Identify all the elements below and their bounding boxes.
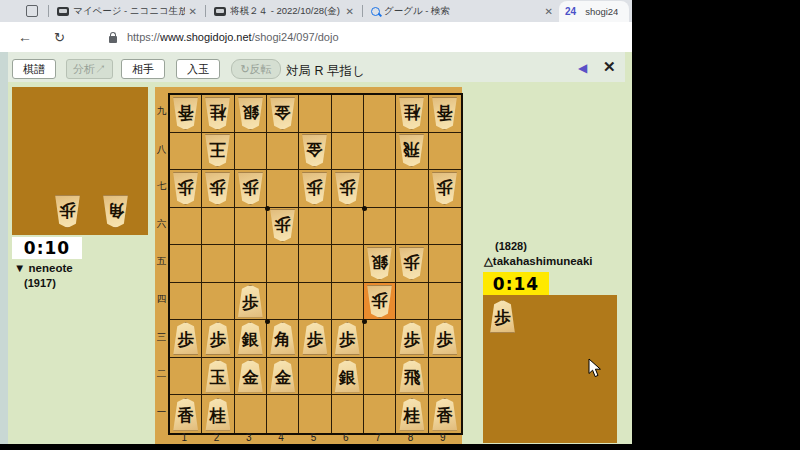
board-square[interactable] bbox=[332, 208, 364, 246]
shogi-piece-歩[interactable]: 歩 bbox=[301, 172, 328, 205]
file-labels: 123456789 bbox=[168, 432, 459, 443]
board-square[interactable]: 歩 bbox=[332, 320, 364, 358]
shogi-piece-王[interactable]: 王 bbox=[204, 134, 231, 167]
shogi-piece-歩[interactable]: 歩 bbox=[398, 322, 425, 355]
shogi-piece-金[interactable]: 金 bbox=[301, 134, 328, 167]
rank-label: 五 bbox=[155, 243, 168, 281]
shogi-piece-銀[interactable]: 銀 bbox=[366, 247, 393, 280]
flip-button: ↻反転 bbox=[231, 59, 281, 79]
board-square[interactable] bbox=[429, 358, 461, 396]
play-area: 歩角 0:10 ▼ neneote (1917) 九八七六五四三二一 香桂銀金桂… bbox=[0, 82, 625, 444]
file-label: 2 bbox=[200, 432, 232, 443]
board-square[interactable]: 桂 bbox=[396, 95, 428, 133]
tab-title: 将棋２４ - 2022/10/28(金) 19:52 bbox=[230, 5, 342, 18]
tab-overview-icon[interactable] bbox=[26, 5, 38, 17]
board-square[interactable]: 金 bbox=[235, 358, 267, 396]
board-square[interactable] bbox=[299, 208, 331, 246]
captured-piece-角[interactable]: 角 bbox=[102, 195, 129, 228]
shogi-piece-歩[interactable]: 歩 bbox=[269, 209, 296, 242]
board-square[interactable] bbox=[299, 245, 331, 283]
board-square[interactable] bbox=[235, 133, 267, 171]
shogi-piece-玉[interactable]: 玉 bbox=[204, 360, 231, 393]
shogi-piece-歩[interactable]: 歩 bbox=[366, 285, 393, 318]
board-square[interactable] bbox=[202, 208, 234, 246]
shogi-piece-金[interactable]: 金 bbox=[269, 97, 296, 130]
board-square[interactable] bbox=[299, 358, 331, 396]
board-square[interactable]: 香 bbox=[429, 395, 461, 433]
shogi24-icon: 24 bbox=[565, 6, 576, 17]
url-bar[interactable]: ← ↻ https://www.shogidojo.net/shogi24/09… bbox=[0, 22, 632, 52]
board-square[interactable] bbox=[235, 245, 267, 283]
board-square[interactable] bbox=[202, 245, 234, 283]
board-square[interactable] bbox=[429, 133, 461, 171]
board-square[interactable]: 歩 bbox=[235, 170, 267, 208]
shogi-piece-歩[interactable]: 歩 bbox=[204, 322, 231, 355]
board-square[interactable] bbox=[170, 283, 202, 321]
file-label: 3 bbox=[233, 432, 265, 443]
opponent-button[interactable]: 相手 bbox=[121, 59, 165, 79]
file-label: 1 bbox=[168, 432, 200, 443]
shogi-piece-桂[interactable]: 桂 bbox=[204, 398, 231, 431]
flip-label: 反転 bbox=[250, 62, 272, 77]
flip-icon: ↻ bbox=[240, 63, 249, 76]
board-square[interactable]: 香 bbox=[429, 95, 461, 133]
board-square[interactable]: 桂 bbox=[396, 395, 428, 433]
tab-shogi24-active[interactable]: 24 shogi24 bbox=[559, 1, 629, 22]
shogi-board: 九八七六五四三二一 香桂銀金桂香王金飛歩歩歩歩歩歩歩銀歩歩歩歩歩銀角歩歩歩歩玉金… bbox=[155, 87, 462, 444]
board-square[interactable]: 金 bbox=[299, 133, 331, 171]
shogi-piece-桂[interactable]: 桂 bbox=[398, 398, 425, 431]
shogi-piece-角[interactable]: 角 bbox=[269, 322, 296, 355]
hoshi-dot bbox=[362, 206, 367, 211]
shogi-piece-歩[interactable]: 歩 bbox=[431, 322, 458, 355]
board-square[interactable] bbox=[170, 208, 202, 246]
tab-google-search[interactable]: グーグル - 検索 ✕ bbox=[365, 0, 559, 22]
rank-label: 四 bbox=[155, 281, 168, 319]
board-square[interactable] bbox=[332, 133, 364, 171]
shogi-piece-銀[interactable]: 銀 bbox=[237, 97, 264, 130]
board-square[interactable]: 歩 bbox=[299, 170, 331, 208]
board-square[interactable]: 王 bbox=[202, 133, 234, 171]
tab-niconico-mypage[interactable]: マイページ - ニコニコ生放送 ✕ bbox=[51, 0, 203, 22]
rank-label: 七 bbox=[155, 168, 168, 206]
board-square[interactable]: 玉 bbox=[202, 358, 234, 396]
rank-label: 二 bbox=[155, 356, 168, 394]
board-square[interactable] bbox=[267, 283, 299, 321]
board-square[interactable]: 歩 bbox=[429, 320, 461, 358]
shogi-piece-歩[interactable]: 歩 bbox=[398, 247, 425, 280]
board-square[interactable] bbox=[396, 283, 428, 321]
tab-shogi24-stream[interactable]: 将棋２４ - 2022/10/28(金) 19:52 ✕ bbox=[208, 0, 360, 22]
board-square[interactable]: 飛 bbox=[396, 358, 428, 396]
back-icon[interactable]: ← bbox=[18, 29, 32, 45]
shogi-piece-歩[interactable]: 歩 bbox=[431, 172, 458, 205]
board-square[interactable] bbox=[364, 95, 396, 133]
shogi-piece-歩[interactable]: 歩 bbox=[237, 285, 264, 318]
niconico-tv-icon bbox=[57, 7, 69, 16]
shogi-piece-金[interactable]: 金 bbox=[237, 360, 264, 393]
board-square[interactable] bbox=[170, 245, 202, 283]
shogi-piece-飛[interactable]: 飛 bbox=[398, 360, 425, 393]
url-path: /shogi24/097/dojo bbox=[252, 31, 339, 43]
board-square[interactable] bbox=[267, 245, 299, 283]
browser-window: マイページ - ニコニコ生放送 ✕ 将棋２４ - 2022/10/28(金) 1… bbox=[0, 0, 632, 444]
close-icon[interactable]: ✕ bbox=[545, 6, 553, 17]
screen: { "browser": { "tabs": [ {"title": "マイペー… bbox=[0, 0, 800, 450]
board-square[interactable]: 角 bbox=[267, 320, 299, 358]
shogi-piece-歩[interactable]: 歩 bbox=[172, 322, 199, 355]
shogi-piece-歩[interactable]: 歩 bbox=[237, 172, 264, 205]
board-square[interactable]: 桂 bbox=[202, 95, 234, 133]
shogi-piece-歩[interactable]: 歩 bbox=[334, 322, 361, 355]
board-square[interactable]: 銀 bbox=[235, 320, 267, 358]
tab-separator bbox=[362, 5, 363, 17]
board-square[interactable]: 飛 bbox=[396, 133, 428, 171]
board-square[interactable]: 歩 bbox=[202, 320, 234, 358]
analysis-button: 分析↗ bbox=[66, 59, 113, 79]
hoshi-dot bbox=[265, 206, 270, 211]
board-square[interactable] bbox=[267, 395, 299, 433]
tab-separator bbox=[205, 5, 206, 17]
board-square[interactable]: 歩 bbox=[396, 320, 428, 358]
board-square[interactable] bbox=[396, 208, 428, 246]
board-square[interactable]: 歩 bbox=[364, 283, 396, 321]
board-square[interactable]: 銀 bbox=[235, 95, 267, 133]
board-square[interactable] bbox=[332, 395, 364, 433]
rank-label: 八 bbox=[155, 131, 168, 169]
shogi-piece-金[interactable]: 金 bbox=[269, 360, 296, 393]
niconico-tv-icon bbox=[214, 7, 226, 16]
board-square[interactable]: 歩 bbox=[170, 170, 202, 208]
tab-title: マイページ - ニコニコ生放送 bbox=[73, 5, 185, 18]
board-square[interactable] bbox=[332, 95, 364, 133]
bottom-black-bar bbox=[0, 444, 800, 450]
file-label: 6 bbox=[330, 432, 362, 443]
clock-bottom: 0:14 bbox=[483, 272, 549, 295]
search-icon bbox=[371, 7, 380, 16]
board-square[interactable] bbox=[364, 133, 396, 171]
shogi-piece-桂[interactable]: 桂 bbox=[204, 97, 231, 130]
game-title: 対局 R 早指し bbox=[286, 63, 365, 80]
close-icon[interactable]: ✕ bbox=[346, 6, 354, 17]
file-label: 7 bbox=[362, 432, 394, 443]
board-square[interactable] bbox=[267, 133, 299, 171]
shogi-piece-桂[interactable]: 桂 bbox=[398, 97, 425, 130]
board-square[interactable]: 歩 bbox=[299, 320, 331, 358]
hoshi-dot bbox=[265, 319, 270, 324]
app-toolbar: 棋譜 分析↗ 相手 入玉 ↻反転 対局 R 早指し ◀ ✕ bbox=[0, 52, 625, 82]
shogi-piece-銀[interactable]: 銀 bbox=[334, 360, 361, 393]
file-label: 9 bbox=[427, 432, 459, 443]
app-close-icon[interactable]: ✕ bbox=[603, 58, 616, 76]
board-square[interactable]: 歩 bbox=[235, 283, 267, 321]
captured-piece-歩[interactable]: 歩 bbox=[54, 195, 81, 228]
left-edge-strip bbox=[0, 52, 8, 444]
board-square[interactable]: 銀 bbox=[364, 245, 396, 283]
tab-strip: マイページ - ニコニコ生放送 ✕ 将棋２４ - 2022/10/28(金) 1… bbox=[0, 0, 632, 22]
lock-icon bbox=[109, 36, 117, 43]
shogi-piece-歩[interactable]: 歩 bbox=[334, 172, 361, 205]
board-square[interactable] bbox=[429, 245, 461, 283]
board-square[interactable]: 金 bbox=[267, 95, 299, 133]
board-square[interactable] bbox=[170, 358, 202, 396]
gote-mark: △ bbox=[484, 255, 493, 267]
hoshi-dot bbox=[362, 319, 367, 324]
board-square[interactable]: 歩 bbox=[202, 170, 234, 208]
shogi-piece-歩[interactable]: 歩 bbox=[301, 322, 328, 355]
player-name-bottom[interactable]: △takahashimuneaki bbox=[484, 254, 593, 268]
board-square[interactable] bbox=[429, 208, 461, 246]
board-square[interactable]: 金 bbox=[267, 358, 299, 396]
rank-label: 三 bbox=[155, 318, 168, 356]
kifu-button[interactable]: 棋譜 bbox=[12, 59, 56, 79]
rank-label: 一 bbox=[155, 393, 168, 431]
captured-piece-歩[interactable]: 歩 bbox=[489, 300, 516, 333]
file-label: 4 bbox=[265, 432, 297, 443]
board-square[interactable] bbox=[429, 283, 461, 321]
rank-labels: 九八七六五四三二一 bbox=[155, 93, 168, 431]
board-square[interactable] bbox=[364, 208, 396, 246]
shogi-piece-歩[interactable]: 歩 bbox=[204, 172, 231, 205]
board-grid[interactable]: 香桂銀金桂香王金飛歩歩歩歩歩歩歩銀歩歩歩歩歩銀角歩歩歩歩玉金金銀飛香桂桂香 bbox=[168, 93, 463, 435]
nyugyoku-button[interactable]: 入玉 bbox=[176, 59, 220, 79]
board-square[interactable]: 香 bbox=[170, 95, 202, 133]
board-square[interactable] bbox=[396, 170, 428, 208]
rank-label: 九 bbox=[155, 93, 168, 131]
shogi-piece-香[interactable]: 香 bbox=[431, 398, 458, 431]
board-square[interactable]: 歩 bbox=[396, 245, 428, 283]
board-square[interactable] bbox=[299, 95, 331, 133]
player-rating-bottom: (1828) bbox=[495, 240, 527, 252]
captured-tray-top: 歩角 bbox=[12, 87, 148, 235]
board-square[interactable] bbox=[364, 170, 396, 208]
tab-separator bbox=[48, 5, 49, 17]
clock-top: 0:10 bbox=[12, 237, 82, 259]
tab-title: shogi24 bbox=[585, 6, 618, 17]
collapse-arrow-icon[interactable]: ◀ bbox=[578, 61, 587, 75]
shogi-piece-香[interactable]: 香 bbox=[431, 97, 458, 130]
shogi-piece-香[interactable]: 香 bbox=[172, 97, 199, 130]
board-square[interactable] bbox=[170, 133, 202, 171]
sente-mark: ▼ bbox=[14, 262, 29, 274]
rank-label: 六 bbox=[155, 206, 168, 244]
board-square[interactable]: 歩 bbox=[429, 170, 461, 208]
board-square[interactable] bbox=[235, 208, 267, 246]
board-square[interactable]: 歩 bbox=[170, 320, 202, 358]
shogi-piece-飛[interactable]: 飛 bbox=[398, 134, 425, 167]
shogi-piece-歩[interactable]: 歩 bbox=[172, 172, 199, 205]
board-square[interactable] bbox=[364, 358, 396, 396]
board-square[interactable]: 桂 bbox=[202, 395, 234, 433]
board-square[interactable] bbox=[267, 170, 299, 208]
board-square[interactable] bbox=[364, 395, 396, 433]
url-scheme: https:// bbox=[127, 31, 160, 43]
url-host: www.shogidojo.net bbox=[160, 31, 252, 43]
board-square[interactable] bbox=[202, 283, 234, 321]
board-square[interactable]: 歩 bbox=[332, 170, 364, 208]
file-label: 5 bbox=[297, 432, 329, 443]
file-label: 8 bbox=[394, 432, 426, 443]
board-square[interactable] bbox=[332, 283, 364, 321]
shogi-piece-銀[interactable]: 銀 bbox=[237, 322, 264, 355]
player-rating-top: (1917) bbox=[24, 277, 56, 289]
board-square[interactable] bbox=[332, 245, 364, 283]
close-icon[interactable]: ✕ bbox=[189, 6, 197, 17]
board-square[interactable]: 香 bbox=[170, 395, 202, 433]
player-name-top[interactable]: ▼ neneote bbox=[14, 262, 73, 274]
tab-title: グーグル - 検索 bbox=[384, 5, 450, 18]
board-square[interactable] bbox=[299, 395, 331, 433]
url-text[interactable]: https://www.shogidojo.net/shogi24/097/do… bbox=[127, 31, 339, 43]
board-square[interactable] bbox=[299, 283, 331, 321]
mouse-cursor bbox=[588, 358, 602, 378]
board-square[interactable]: 銀 bbox=[332, 358, 364, 396]
board-square[interactable]: 歩 bbox=[267, 208, 299, 246]
board-square[interactable] bbox=[364, 320, 396, 358]
board-square[interactable] bbox=[235, 395, 267, 433]
shogi-piece-香[interactable]: 香 bbox=[172, 398, 199, 431]
reload-icon[interactable]: ↻ bbox=[54, 30, 65, 45]
